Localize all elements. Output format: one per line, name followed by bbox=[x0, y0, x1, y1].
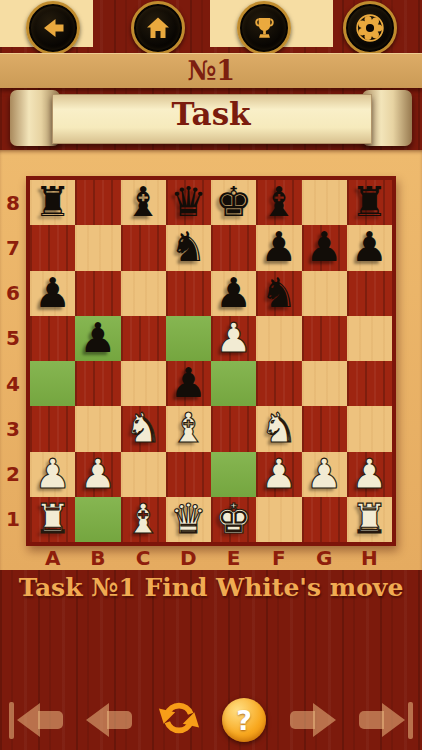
last-bar-icon bbox=[408, 702, 413, 739]
white-queen-d1: ♛ bbox=[166, 497, 211, 542]
arrow-left-icon bbox=[86, 703, 135, 737]
restart-cycle-icon bbox=[156, 695, 202, 745]
black-pawn-f7: ♟ bbox=[256, 225, 301, 270]
white-knight-f3: ♞ bbox=[256, 406, 301, 451]
hint-button[interactable]: ? bbox=[222, 698, 266, 742]
rank-label-2: 2 bbox=[0, 452, 26, 497]
square-h2[interactable]: ♟ bbox=[347, 452, 392, 497]
square-b7[interactable] bbox=[75, 225, 120, 270]
achievements-button[interactable] bbox=[237, 1, 291, 55]
black-knight-d7: ♞ bbox=[166, 225, 211, 270]
white-knight-c3: ♞ bbox=[121, 406, 166, 451]
prev-puzzle-button[interactable] bbox=[86, 703, 135, 737]
square-d7[interactable]: ♞ bbox=[166, 225, 211, 270]
puzzle-number: №1 bbox=[187, 55, 235, 86]
file-label-e: E bbox=[211, 546, 256, 570]
square-d5[interactable] bbox=[166, 316, 211, 361]
square-h5[interactable] bbox=[347, 316, 392, 361]
black-queen-d8: ♛ bbox=[166, 180, 211, 225]
banner-title: Task bbox=[0, 96, 422, 132]
square-g6[interactable] bbox=[302, 271, 347, 316]
square-c2[interactable] bbox=[121, 452, 166, 497]
chess-board: ♜♝♛♚♝♜♞♟♟♟♟♟♞♟♟♟♞♝♞♟♟♟♟♟♜♝♛♚♜ bbox=[26, 176, 396, 546]
black-pawn-h7: ♟ bbox=[347, 225, 392, 270]
trophy-icon bbox=[251, 15, 278, 42]
square-f3[interactable]: ♞ bbox=[256, 406, 301, 451]
black-knight-f6: ♞ bbox=[256, 271, 301, 316]
file-labels: ABCDEFGH bbox=[30, 546, 392, 569]
back-button[interactable] bbox=[26, 1, 80, 55]
file-label-a: A bbox=[30, 546, 75, 570]
home-button[interactable] bbox=[131, 1, 185, 55]
square-e3[interactable] bbox=[211, 406, 256, 451]
square-b4[interactable] bbox=[75, 361, 120, 406]
board-frame: 87654321 ♜♝♛♚♝♜♞♟♟♟♟♟♞♟♟♟♞♝♞♟♟♟♟♟♜♝♛♚♜ A… bbox=[0, 150, 422, 570]
white-bishop-c1: ♝ bbox=[121, 497, 166, 542]
square-a4[interactable] bbox=[30, 361, 75, 406]
square-c8[interactable]: ♝ bbox=[121, 180, 166, 225]
square-g5[interactable] bbox=[302, 316, 347, 361]
square-c6[interactable] bbox=[121, 271, 166, 316]
question-mark-icon: ? bbox=[222, 698, 266, 742]
square-e6[interactable]: ♟ bbox=[211, 271, 256, 316]
white-rook-a1: ♜ bbox=[30, 497, 75, 542]
white-pawn-h2: ♟ bbox=[347, 452, 392, 497]
rank-label-6: 6 bbox=[0, 271, 26, 316]
square-g8[interactable] bbox=[302, 180, 347, 225]
bottom-nav-bar: ? bbox=[0, 692, 422, 748]
app-screen: №1 Task 87654321 ♜♝♛♚♝♜♞♟♟♟♟♟♞♟♟♟♞♝♞♟♟♟♟… bbox=[0, 0, 422, 750]
square-g1[interactable] bbox=[302, 497, 347, 542]
square-b6[interactable] bbox=[75, 271, 120, 316]
top-nav-bar bbox=[0, 0, 422, 47]
square-f2[interactable]: ♟ bbox=[256, 452, 301, 497]
black-rook-a8: ♜ bbox=[30, 180, 75, 225]
square-c5[interactable] bbox=[121, 316, 166, 361]
next-puzzle-button[interactable] bbox=[287, 703, 336, 737]
file-label-h: H bbox=[347, 546, 392, 570]
square-b2[interactable]: ♟ bbox=[75, 452, 120, 497]
last-puzzle-button[interactable] bbox=[356, 702, 413, 739]
square-h4[interactable] bbox=[347, 361, 392, 406]
black-bishop-f8: ♝ bbox=[256, 180, 301, 225]
square-h8[interactable]: ♜ bbox=[347, 180, 392, 225]
file-label-g: G bbox=[302, 546, 347, 570]
square-h1[interactable]: ♜ bbox=[347, 497, 392, 542]
white-king-e1: ♚ bbox=[211, 497, 256, 542]
square-c1[interactable]: ♝ bbox=[121, 497, 166, 542]
square-d6[interactable] bbox=[166, 271, 211, 316]
file-label-b: B bbox=[75, 546, 120, 570]
square-d2[interactable] bbox=[166, 452, 211, 497]
square-d4[interactable]: ♟ bbox=[166, 361, 211, 406]
back-arrow-icon bbox=[39, 14, 67, 42]
square-a1[interactable]: ♜ bbox=[30, 497, 75, 542]
white-pawn-f2: ♟ bbox=[256, 452, 301, 497]
square-d3[interactable]: ♝ bbox=[166, 406, 211, 451]
square-c3[interactable]: ♞ bbox=[121, 406, 166, 451]
square-d1[interactable]: ♛ bbox=[166, 497, 211, 542]
puzzle-number-bar: №1 bbox=[0, 53, 422, 88]
square-f5[interactable] bbox=[256, 316, 301, 361]
square-b5[interactable]: ♟ bbox=[75, 316, 120, 361]
square-h6[interactable] bbox=[347, 271, 392, 316]
square-g7[interactable]: ♟ bbox=[302, 225, 347, 270]
square-e2[interactable] bbox=[211, 452, 256, 497]
square-a5[interactable] bbox=[30, 316, 75, 361]
hint-label: ? bbox=[236, 705, 252, 736]
rank-label-7: 7 bbox=[0, 225, 26, 270]
home-icon bbox=[144, 14, 172, 42]
task-banner: Task bbox=[0, 88, 422, 150]
square-e8[interactable]: ♚ bbox=[211, 180, 256, 225]
black-pawn-b5: ♟ bbox=[75, 316, 120, 361]
square-h3[interactable] bbox=[347, 406, 392, 451]
white-pawn-a2: ♟ bbox=[30, 452, 75, 497]
first-bar-icon bbox=[9, 702, 14, 739]
square-b1[interactable] bbox=[75, 497, 120, 542]
file-label-d: D bbox=[166, 546, 211, 570]
file-label-c: C bbox=[121, 546, 166, 570]
rank-label-8: 8 bbox=[0, 180, 26, 225]
white-pawn-e5: ♟ bbox=[211, 316, 256, 361]
square-e5[interactable]: ♟ bbox=[211, 316, 256, 361]
square-e1[interactable]: ♚ bbox=[211, 497, 256, 542]
square-b8[interactable] bbox=[75, 180, 120, 225]
black-pawn-a6: ♟ bbox=[30, 271, 75, 316]
square-g2[interactable]: ♟ bbox=[302, 452, 347, 497]
white-rook-h1: ♜ bbox=[347, 497, 392, 542]
square-c4[interactable] bbox=[121, 361, 166, 406]
square-f7[interactable]: ♟ bbox=[256, 225, 301, 270]
white-pawn-b2: ♟ bbox=[75, 452, 120, 497]
black-pawn-g7: ♟ bbox=[302, 225, 347, 270]
rank-label-5: 5 bbox=[0, 316, 26, 361]
square-g3[interactable] bbox=[302, 406, 347, 451]
restart-button[interactable] bbox=[156, 695, 202, 745]
settings-button[interactable] bbox=[343, 1, 397, 55]
black-pawn-d4: ♟ bbox=[166, 361, 211, 406]
rank-label-1: 1 bbox=[0, 497, 26, 542]
square-b3[interactable] bbox=[75, 406, 120, 451]
rank-label-4: 4 bbox=[0, 361, 26, 406]
arrow-right-icon bbox=[287, 703, 336, 737]
first-puzzle-button[interactable] bbox=[9, 702, 66, 739]
square-d8[interactable]: ♛ bbox=[166, 180, 211, 225]
square-c7[interactable] bbox=[121, 225, 166, 270]
square-a8[interactable]: ♜ bbox=[30, 180, 75, 225]
rank-labels: 87654321 bbox=[0, 180, 26, 542]
square-f4[interactable] bbox=[256, 361, 301, 406]
square-f8[interactable]: ♝ bbox=[256, 180, 301, 225]
square-a2[interactable]: ♟ bbox=[30, 452, 75, 497]
rank-label-3: 3 bbox=[0, 406, 26, 451]
white-pawn-g2: ♟ bbox=[302, 452, 347, 497]
square-f1[interactable] bbox=[256, 497, 301, 542]
arrow-right-icon bbox=[356, 703, 405, 737]
square-e7[interactable] bbox=[211, 225, 256, 270]
square-f6[interactable]: ♞ bbox=[256, 271, 301, 316]
square-h7[interactable]: ♟ bbox=[347, 225, 392, 270]
square-a7[interactable] bbox=[30, 225, 75, 270]
square-g4[interactable] bbox=[302, 361, 347, 406]
black-pawn-e6: ♟ bbox=[211, 271, 256, 316]
task-caption: Task №1 Find White's move bbox=[0, 573, 422, 602]
square-a6[interactable]: ♟ bbox=[30, 271, 75, 316]
black-king-e8: ♚ bbox=[211, 180, 256, 225]
white-bishop-d3: ♝ bbox=[166, 406, 211, 451]
gear-icon bbox=[355, 13, 385, 43]
arrow-left-icon bbox=[17, 703, 66, 737]
square-e4[interactable] bbox=[211, 361, 256, 406]
black-rook-h8: ♜ bbox=[347, 180, 392, 225]
black-bishop-c8: ♝ bbox=[121, 180, 166, 225]
square-a3[interactable] bbox=[30, 406, 75, 451]
file-label-f: F bbox=[256, 546, 301, 570]
